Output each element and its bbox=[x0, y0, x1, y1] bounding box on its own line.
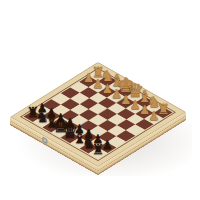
chess-set-photo: ♜♞♝♛♚♝♞♜♟♟♟♟♟♟♟♟♟♟♟♟♟♟♟♟♜♞♝♛♚♝♞♜ bbox=[0, 0, 200, 200]
metal-clasp-icon bbox=[42, 136, 47, 144]
